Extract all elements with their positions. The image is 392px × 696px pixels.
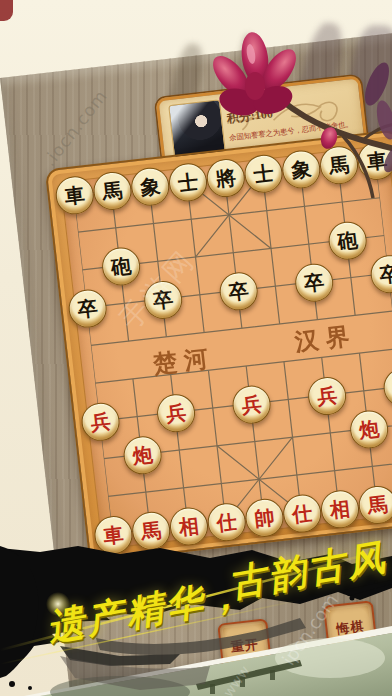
piece-red-兵[interactable]: 兵 — [155, 392, 197, 434]
leaf — [360, 59, 392, 108]
promo-screenshot: 屈原 积分:100 余固知謇謇之为患兮，忍而不能舍也。 楚河 汉界 車馬象士將士… — [0, 0, 392, 696]
piece-black-卒[interactable]: 卒 — [369, 253, 392, 295]
piece-black-卒[interactable]: 卒 — [293, 262, 335, 304]
piece-red-兵[interactable]: 兵 — [382, 366, 392, 408]
piece-red-炮[interactable]: 炮 — [122, 434, 164, 476]
piece-black-砲[interactable]: 砲 — [100, 245, 142, 287]
piece-black-卒[interactable]: 卒 — [218, 270, 260, 312]
corner-seal — [0, 0, 13, 21]
piece-red-炮[interactable]: 炮 — [348, 408, 390, 450]
piece-black-卒[interactable]: 卒 — [142, 279, 184, 321]
piece-red-兵[interactable]: 兵 — [306, 375, 348, 417]
magnolia-flower — [193, 28, 392, 228]
branch — [281, 100, 392, 150]
piece-red-兵[interactable]: 兵 — [231, 384, 273, 426]
